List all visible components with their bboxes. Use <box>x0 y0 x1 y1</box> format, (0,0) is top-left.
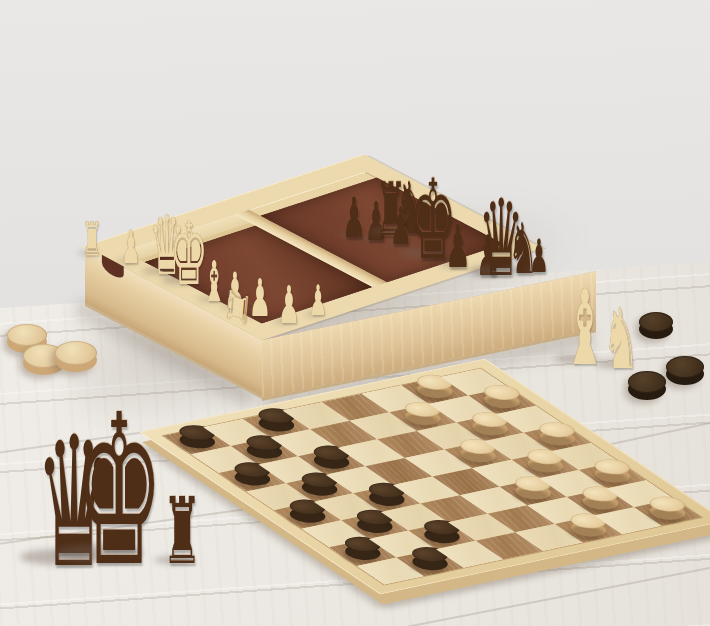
pieces-layer: ♜♟♛♚♝♟♜♟♟♟♟♟♜♞♟♚♟♟♛♞♟♛♚♜♝♞ <box>0 0 710 626</box>
checker-top <box>666 356 704 378</box>
loose-light-checker <box>55 341 97 372</box>
loose-dark-checker <box>666 356 704 385</box>
rook-glyph: ♜ <box>82 216 102 262</box>
knight-glyph: ♞ <box>603 297 639 381</box>
pawn-glyph: ♟ <box>529 233 549 279</box>
loose-dark-checker <box>628 371 666 400</box>
checker-top <box>7 324 47 346</box>
checker-top <box>55 341 97 365</box>
product-photo-chess-checkers-set: ♜♟♛♚♝♟♜♟♟♟♟♟♜♞♟♚♟♟♛♞♟♛♚♜♝♞ <box>0 0 710 626</box>
pawn-glyph: ♟ <box>309 280 327 322</box>
checker-top <box>639 312 673 332</box>
loose-dark-checker <box>639 312 673 339</box>
rook-glyph: ♜ <box>162 486 202 578</box>
chess-piece-rook-light: ♜ <box>71 216 112 262</box>
chess-piece-pawn-dark: ♟ <box>518 233 559 279</box>
checker-top <box>628 371 666 393</box>
pawn-glyph: ♟ <box>278 279 300 331</box>
chess-piece-pawn-light: ♟ <box>299 280 337 322</box>
chess-piece-rook-dark: ♜ <box>141 486 223 578</box>
